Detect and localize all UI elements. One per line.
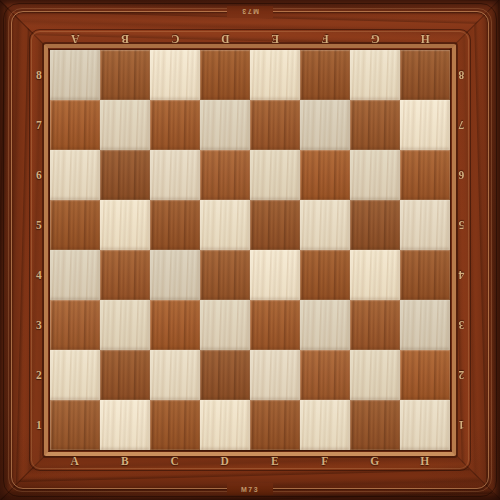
file-label-top-b: B (100, 31, 150, 47)
square-g1[interactable] (350, 400, 400, 450)
file-label-bottom-f: F (300, 453, 350, 469)
rank-label-right-2: 2 (453, 350, 469, 400)
file-label-bottom-c: C (150, 453, 200, 469)
square-h3[interactable] (400, 300, 450, 350)
rank-label-left-4: 4 (31, 250, 47, 300)
square-f4[interactable] (300, 250, 350, 300)
square-g4[interactable] (350, 250, 400, 300)
square-g5[interactable] (350, 200, 400, 250)
file-label-top-d: D (200, 31, 250, 47)
square-e8[interactable] (250, 50, 300, 100)
file-labels-bottom: ABCDEFGH (50, 453, 450, 469)
rank-label-left-8: 8 (31, 50, 47, 100)
square-a8[interactable] (50, 50, 100, 100)
file-label-top-h: H (400, 31, 450, 47)
square-e3[interactable] (250, 300, 300, 350)
rank-label-right-7: 7 (453, 100, 469, 150)
chessboard: ABCDEFGH ABCDEFGH 87654321 87654321 M73 … (0, 0, 500, 500)
square-g3[interactable] (350, 300, 400, 350)
square-c4[interactable] (150, 250, 200, 300)
square-c8[interactable] (150, 50, 200, 100)
square-b5[interactable] (100, 200, 150, 250)
square-f2[interactable] (300, 350, 350, 400)
square-d3[interactable] (200, 300, 250, 350)
rank-label-right-4: 4 (453, 250, 469, 300)
square-c6[interactable] (150, 150, 200, 200)
square-c7[interactable] (150, 100, 200, 150)
square-c2[interactable] (150, 350, 200, 400)
square-f6[interactable] (300, 150, 350, 200)
square-d5[interactable] (200, 200, 250, 250)
file-label-top-e: E (250, 31, 300, 47)
rank-label-right-5: 5 (453, 200, 469, 250)
square-b8[interactable] (100, 50, 150, 100)
square-a1[interactable] (50, 400, 100, 450)
rank-label-right-6: 6 (453, 150, 469, 200)
rank-label-right-3: 3 (453, 300, 469, 350)
square-e2[interactable] (250, 350, 300, 400)
square-f5[interactable] (300, 200, 350, 250)
square-d1[interactable] (200, 400, 250, 450)
square-d8[interactable] (200, 50, 250, 100)
square-g7[interactable] (350, 100, 400, 150)
square-e5[interactable] (250, 200, 300, 250)
square-b2[interactable] (100, 350, 150, 400)
file-label-top-f: F (300, 31, 350, 47)
square-h2[interactable] (400, 350, 450, 400)
square-a6[interactable] (50, 150, 100, 200)
square-b1[interactable] (100, 400, 150, 450)
file-label-bottom-b: B (100, 453, 150, 469)
square-b6[interactable] (100, 150, 150, 200)
brand-logo-top: M73 (227, 6, 273, 18)
file-label-bottom-a: A (50, 453, 100, 469)
square-a4[interactable] (50, 250, 100, 300)
rank-labels-right: 87654321 (453, 50, 469, 450)
file-label-bottom-d: D (200, 453, 250, 469)
square-c1[interactable] (150, 400, 200, 450)
square-g8[interactable] (350, 50, 400, 100)
square-h1[interactable] (400, 400, 450, 450)
rank-label-left-2: 2 (31, 350, 47, 400)
square-d6[interactable] (200, 150, 250, 200)
square-h4[interactable] (400, 250, 450, 300)
file-label-top-g: G (350, 31, 400, 47)
file-label-bottom-e: E (250, 453, 300, 469)
square-b3[interactable] (100, 300, 150, 350)
square-a5[interactable] (50, 200, 100, 250)
square-e6[interactable] (250, 150, 300, 200)
file-labels-top: ABCDEFGH (50, 31, 450, 47)
file-label-bottom-h: H (400, 453, 450, 469)
rank-label-left-7: 7 (31, 100, 47, 150)
rank-labels-left: 87654321 (31, 50, 47, 450)
rank-label-left-5: 5 (31, 200, 47, 250)
square-g6[interactable] (350, 150, 400, 200)
board (50, 50, 450, 450)
square-d2[interactable] (200, 350, 250, 400)
square-h5[interactable] (400, 200, 450, 250)
square-a7[interactable] (50, 100, 100, 150)
brand-logo-bottom: M73 (227, 483, 273, 495)
square-f1[interactable] (300, 400, 350, 450)
rank-label-left-1: 1 (31, 400, 47, 450)
square-b4[interactable] (100, 250, 150, 300)
square-g2[interactable] (350, 350, 400, 400)
file-label-top-a: A (50, 31, 100, 47)
square-d7[interactable] (200, 100, 250, 150)
square-h8[interactable] (400, 50, 450, 100)
rank-label-right-1: 1 (453, 400, 469, 450)
square-c3[interactable] (150, 300, 200, 350)
square-a3[interactable] (50, 300, 100, 350)
square-e4[interactable] (250, 250, 300, 300)
square-h7[interactable] (400, 100, 450, 150)
square-a2[interactable] (50, 350, 100, 400)
file-label-top-c: C (150, 31, 200, 47)
square-c5[interactable] (150, 200, 200, 250)
rank-label-left-6: 6 (31, 150, 47, 200)
square-h6[interactable] (400, 150, 450, 200)
square-e7[interactable] (250, 100, 300, 150)
square-f3[interactable] (300, 300, 350, 350)
rank-label-left-3: 3 (31, 300, 47, 350)
file-label-bottom-g: G (350, 453, 400, 469)
rank-label-right-8: 8 (453, 50, 469, 100)
square-f8[interactable] (300, 50, 350, 100)
square-b7[interactable] (100, 100, 150, 150)
square-d4[interactable] (200, 250, 250, 300)
square-f7[interactable] (300, 100, 350, 150)
square-e1[interactable] (250, 400, 300, 450)
